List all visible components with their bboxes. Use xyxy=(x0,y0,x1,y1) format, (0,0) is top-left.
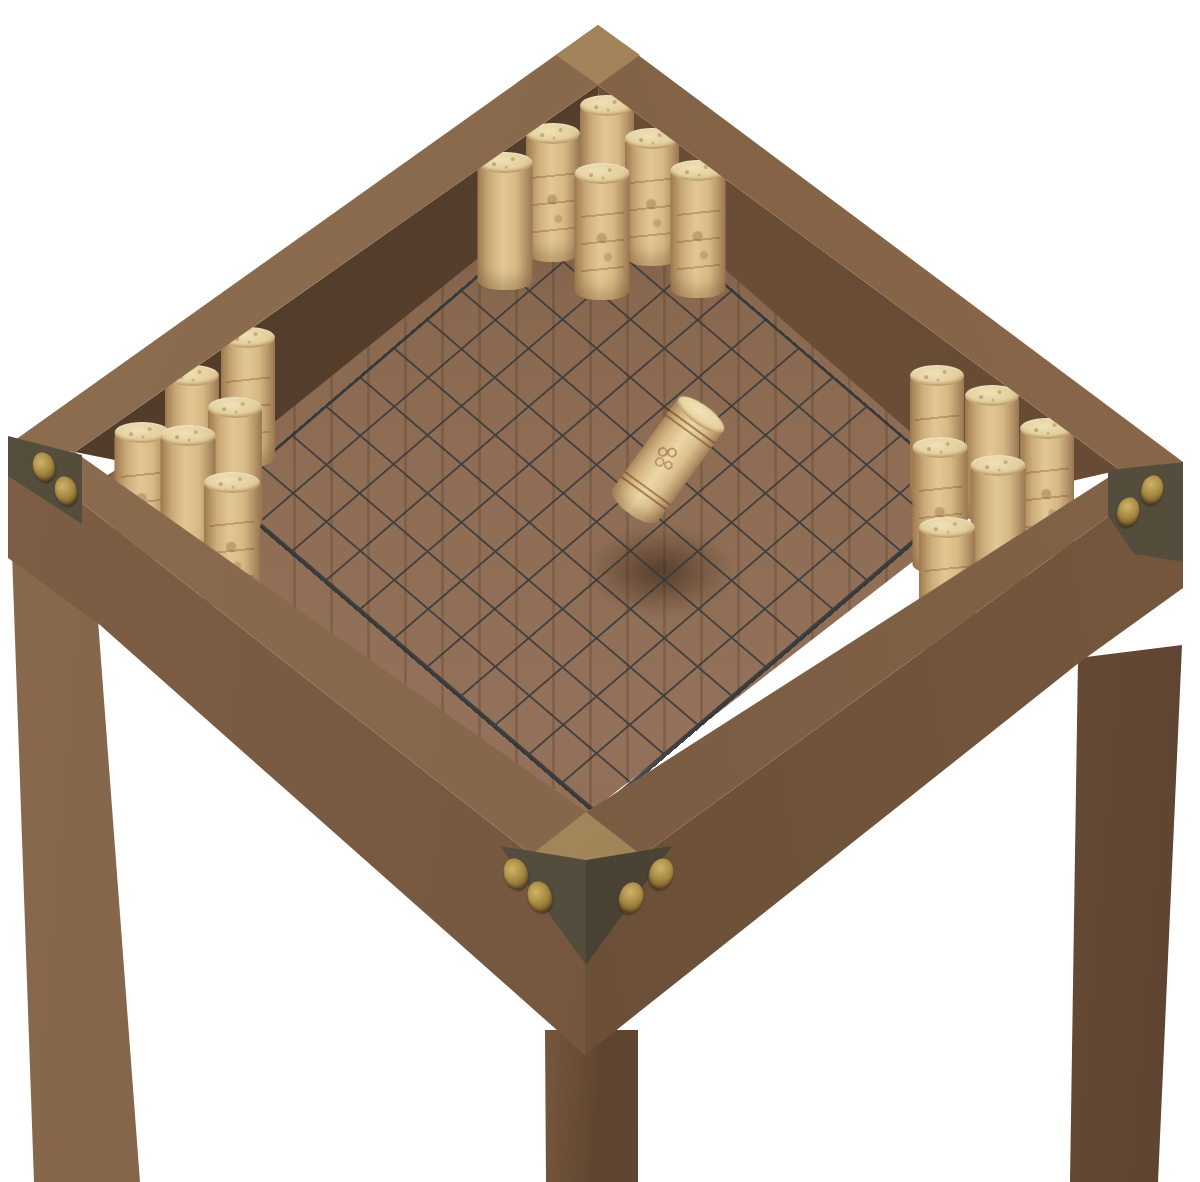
cork-piece-n2[interactable] xyxy=(526,123,580,262)
cork-top-face xyxy=(161,425,216,446)
cork-body xyxy=(478,161,533,290)
cork-body xyxy=(671,169,726,298)
cork-body xyxy=(526,132,580,262)
cork-top-face xyxy=(208,397,262,418)
cork-top-face xyxy=(910,365,964,386)
cork-body xyxy=(575,172,630,300)
cork-top-face xyxy=(913,437,968,458)
cork-top-face xyxy=(575,163,630,184)
cork-piece-n5[interactable] xyxy=(575,163,630,300)
cork-top-face xyxy=(204,472,260,493)
product-photo-cork-game-table xyxy=(0,0,1200,1182)
cork-top-face xyxy=(919,517,975,538)
cork-piece-n4[interactable] xyxy=(478,152,533,290)
cork-piece-n6[interactable] xyxy=(671,160,726,298)
cork-top-face xyxy=(971,455,1026,476)
